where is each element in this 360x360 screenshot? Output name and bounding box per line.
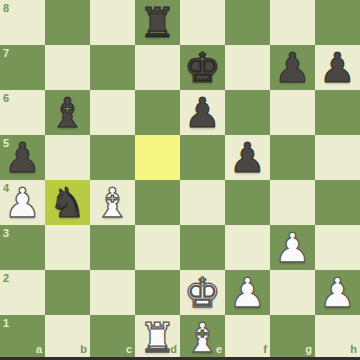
black-pawn-h7[interactable]: ♟	[315, 45, 360, 90]
square-e5[interactable]	[180, 135, 225, 180]
black-bishop-b6[interactable]: ♝	[45, 90, 90, 135]
square-f4[interactable]	[225, 180, 270, 225]
square-f6[interactable]	[225, 90, 270, 135]
square-c8[interactable]	[90, 0, 135, 45]
square-b1[interactable]: b	[45, 315, 90, 360]
square-a2[interactable]: 2	[0, 270, 45, 315]
square-e2[interactable]: ♚	[180, 270, 225, 315]
square-h4[interactable]	[315, 180, 360, 225]
square-b4[interactable]: ♞	[45, 180, 90, 225]
file-label-b: b	[80, 344, 87, 355]
square-e1[interactable]: e♝	[180, 315, 225, 360]
black-king-e7[interactable]: ♚	[180, 45, 225, 90]
file-label-f: f	[263, 344, 267, 355]
square-c6[interactable]	[90, 90, 135, 135]
square-a5[interactable]: 5♟	[0, 135, 45, 180]
square-f2[interactable]: ♟	[225, 270, 270, 315]
black-pawn-a5[interactable]: ♟	[0, 135, 45, 180]
square-h7[interactable]: ♟	[315, 45, 360, 90]
square-g7[interactable]: ♟	[270, 45, 315, 90]
white-pawn-h2[interactable]: ♟	[315, 270, 360, 315]
file-label-h: h	[350, 344, 357, 355]
square-g4[interactable]	[270, 180, 315, 225]
square-g3[interactable]: ♟	[270, 225, 315, 270]
square-c3[interactable]	[90, 225, 135, 270]
square-d2[interactable]	[135, 270, 180, 315]
square-b6[interactable]: ♝	[45, 90, 90, 135]
square-c2[interactable]	[90, 270, 135, 315]
square-c1[interactable]: c	[90, 315, 135, 360]
black-pawn-f5[interactable]: ♟	[225, 135, 270, 180]
square-a4[interactable]: 4♟	[0, 180, 45, 225]
white-bishop-e1[interactable]: ♝	[180, 315, 225, 360]
rank-label-7: 7	[3, 48, 9, 59]
file-label-g: g	[305, 344, 312, 355]
file-label-a: a	[36, 344, 42, 355]
square-d3[interactable]	[135, 225, 180, 270]
chess-board-stage: 8♜7♚♟♟6♝♟5♟♟4♟♞♝3♟2♚♟♟1abcd♜e♝fgh	[0, 0, 360, 360]
rank-label-8: 8	[3, 3, 9, 14]
black-pawn-e6[interactable]: ♟	[180, 90, 225, 135]
square-h1[interactable]: h	[315, 315, 360, 360]
square-c5[interactable]	[90, 135, 135, 180]
square-a7[interactable]: 7	[0, 45, 45, 90]
black-pawn-g7[interactable]: ♟	[270, 45, 315, 90]
square-b5[interactable]	[45, 135, 90, 180]
square-e3[interactable]	[180, 225, 225, 270]
square-e8[interactable]	[180, 0, 225, 45]
square-d4[interactable]	[135, 180, 180, 225]
rank-label-1: 1	[3, 318, 9, 329]
white-rook-d1[interactable]: ♜	[135, 315, 180, 360]
square-g5[interactable]	[270, 135, 315, 180]
square-b2[interactable]	[45, 270, 90, 315]
square-g1[interactable]: g	[270, 315, 315, 360]
square-h6[interactable]	[315, 90, 360, 135]
rank-label-3: 3	[3, 228, 9, 239]
square-e7[interactable]: ♚	[180, 45, 225, 90]
square-h3[interactable]	[315, 225, 360, 270]
square-f5[interactable]: ♟	[225, 135, 270, 180]
square-a1[interactable]: 1a	[0, 315, 45, 360]
square-a6[interactable]: 6	[0, 90, 45, 135]
square-g8[interactable]	[270, 0, 315, 45]
square-c7[interactable]	[90, 45, 135, 90]
black-rook-d8[interactable]: ♜	[135, 0, 180, 45]
white-bishop-c4[interactable]: ♝	[90, 180, 135, 225]
square-g2[interactable]	[270, 270, 315, 315]
square-a8[interactable]: 8	[0, 0, 45, 45]
white-pawn-f2[interactable]: ♟	[225, 270, 270, 315]
file-label-c: c	[126, 344, 132, 355]
square-f3[interactable]	[225, 225, 270, 270]
square-d7[interactable]	[135, 45, 180, 90]
square-d5[interactable]	[135, 135, 180, 180]
square-f7[interactable]	[225, 45, 270, 90]
square-d6[interactable]	[135, 90, 180, 135]
square-b7[interactable]	[45, 45, 90, 90]
rank-label-2: 2	[3, 273, 9, 284]
white-pawn-g3[interactable]: ♟	[270, 225, 315, 270]
square-e4[interactable]	[180, 180, 225, 225]
square-e6[interactable]: ♟	[180, 90, 225, 135]
square-b8[interactable]	[45, 0, 90, 45]
square-f1[interactable]: f	[225, 315, 270, 360]
square-c4[interactable]: ♝	[90, 180, 135, 225]
white-pawn-a4[interactable]: ♟	[0, 180, 45, 225]
rank-label-6: 6	[3, 93, 9, 104]
square-h5[interactable]	[315, 135, 360, 180]
square-h8[interactable]	[315, 0, 360, 45]
chess-board: 8♜7♚♟♟6♝♟5♟♟4♟♞♝3♟2♚♟♟1abcd♜e♝fgh	[0, 0, 360, 360]
square-f8[interactable]	[225, 0, 270, 45]
square-b3[interactable]	[45, 225, 90, 270]
square-d1[interactable]: d♜	[135, 315, 180, 360]
square-d8[interactable]: ♜	[135, 0, 180, 45]
square-g6[interactable]	[270, 90, 315, 135]
square-a3[interactable]: 3	[0, 225, 45, 270]
square-h2[interactable]: ♟	[315, 270, 360, 315]
white-king-e2[interactable]: ♚	[180, 270, 225, 315]
black-knight-b4[interactable]: ♞	[45, 180, 90, 225]
